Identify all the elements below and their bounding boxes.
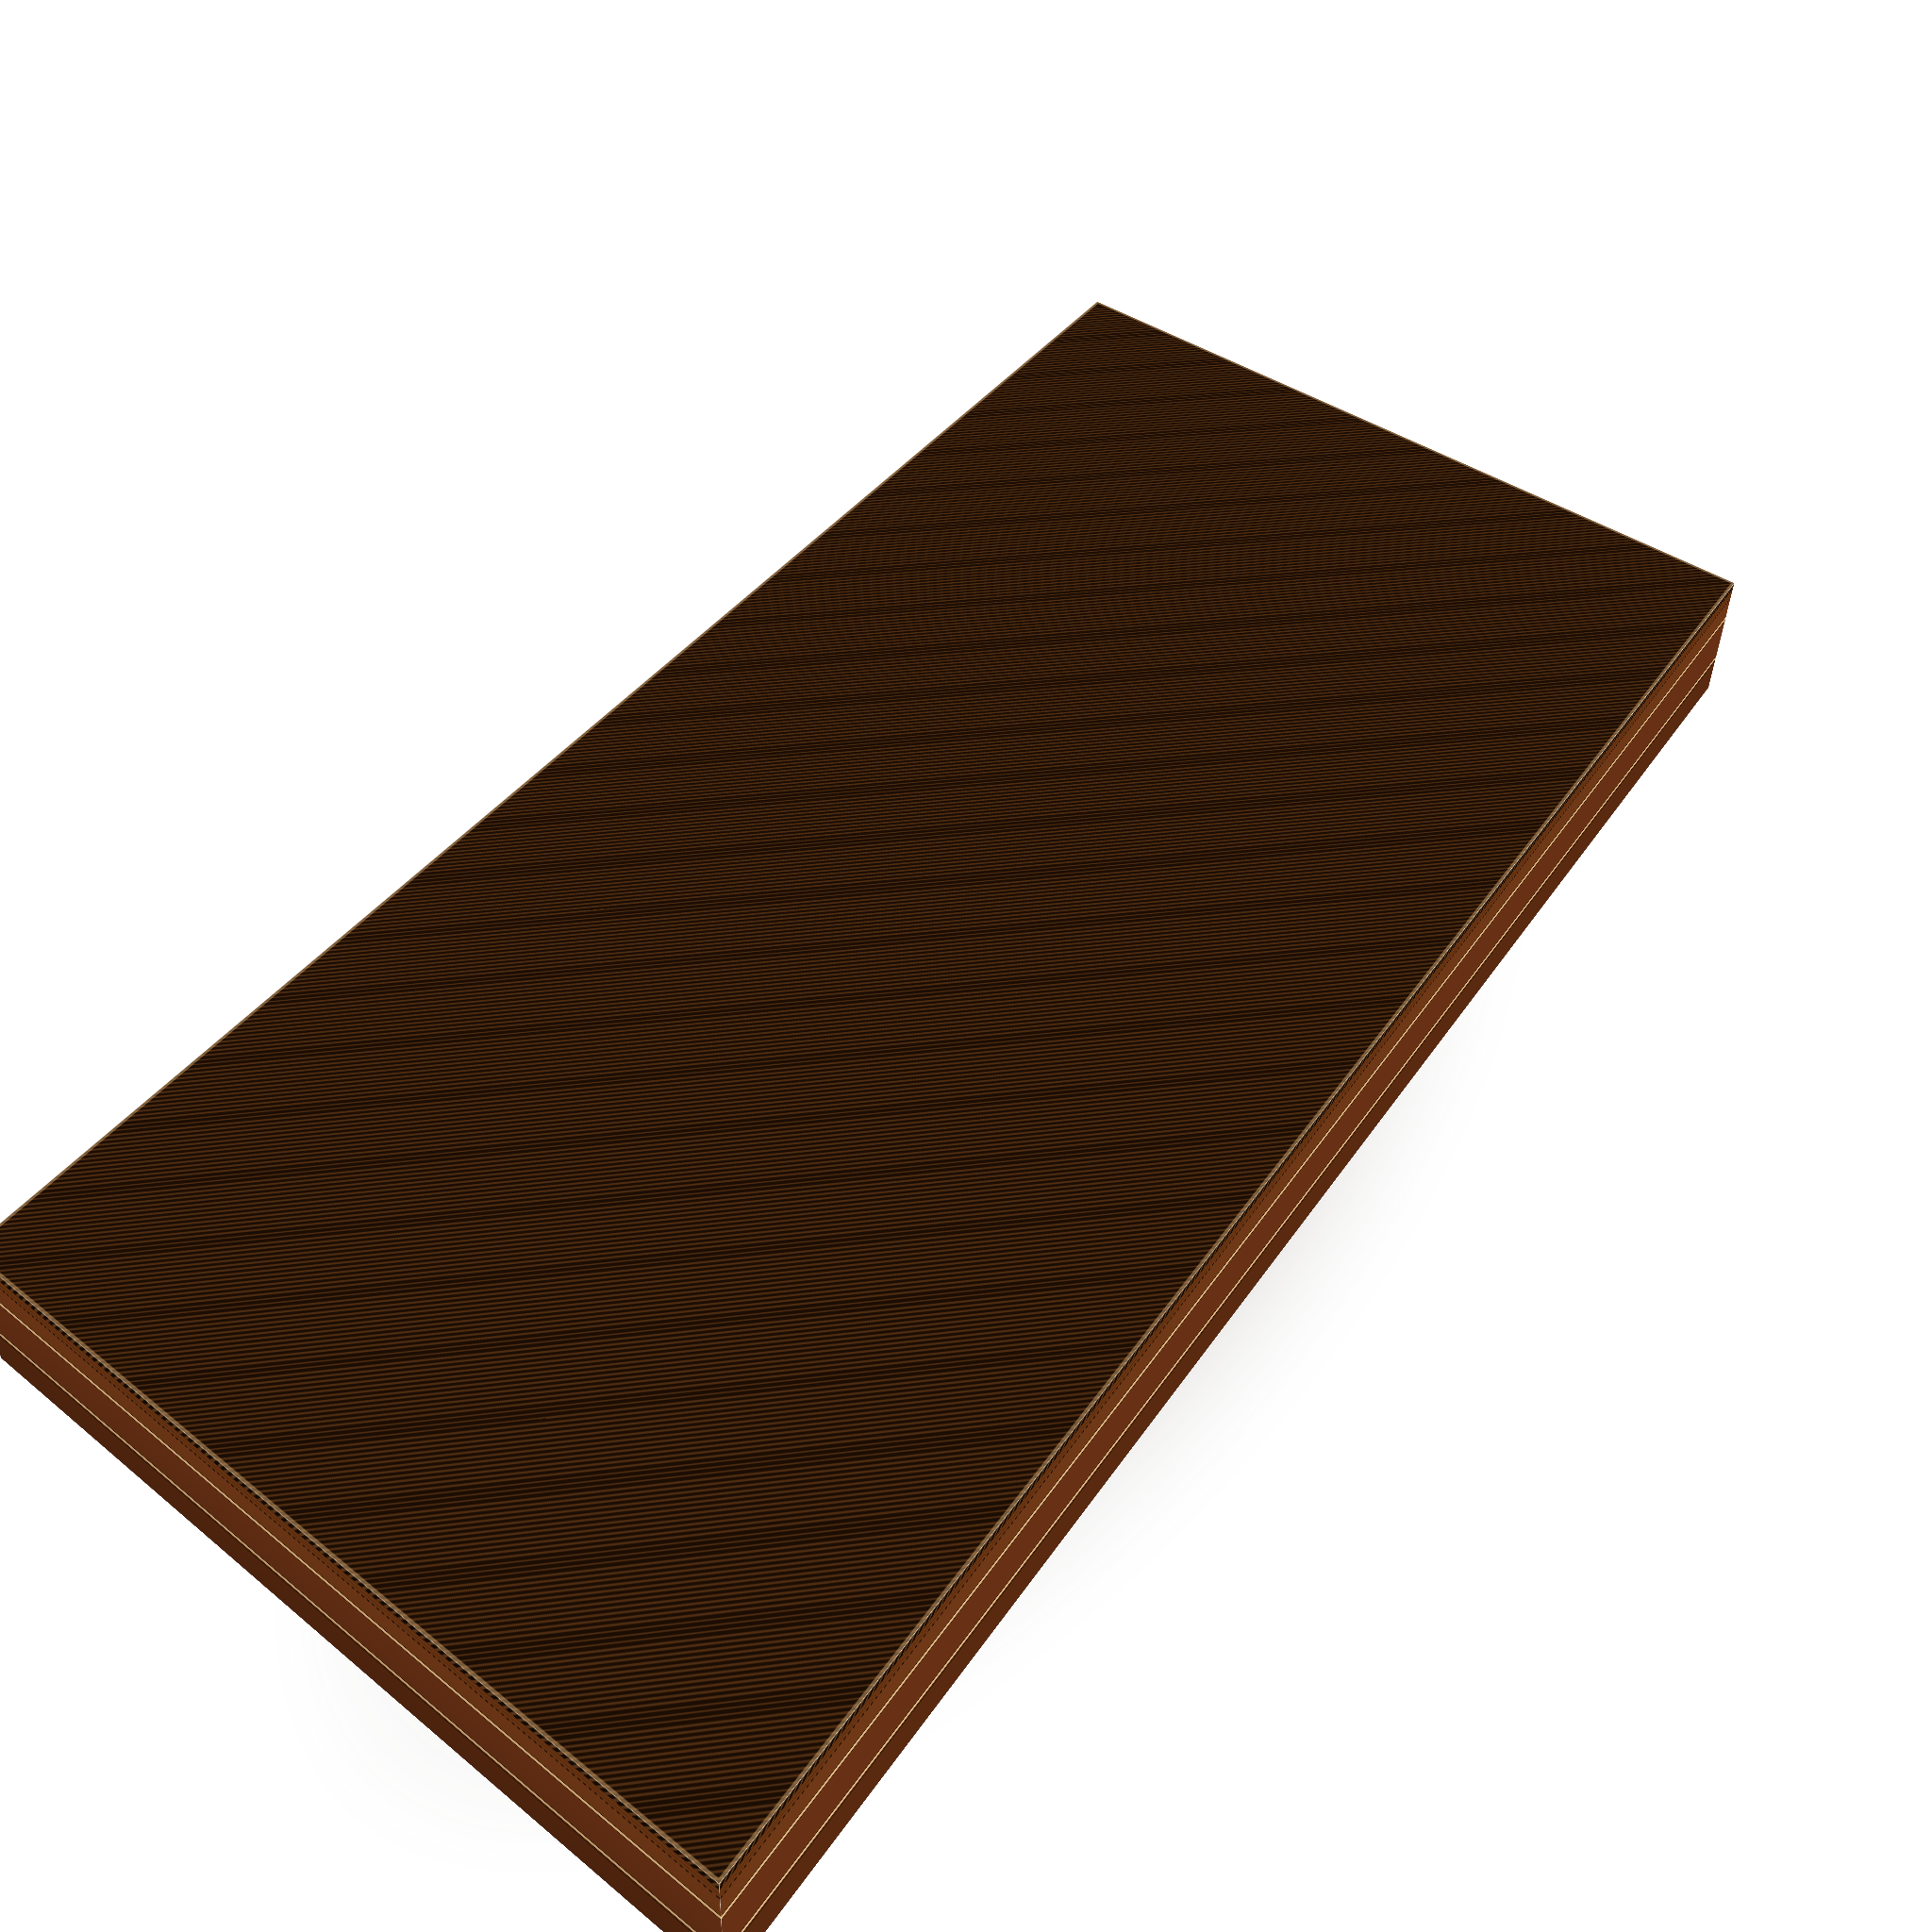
chess-box [0,302,1735,1884]
product-photo-scene [0,0,1932,1932]
board-top-face [0,302,1735,1884]
